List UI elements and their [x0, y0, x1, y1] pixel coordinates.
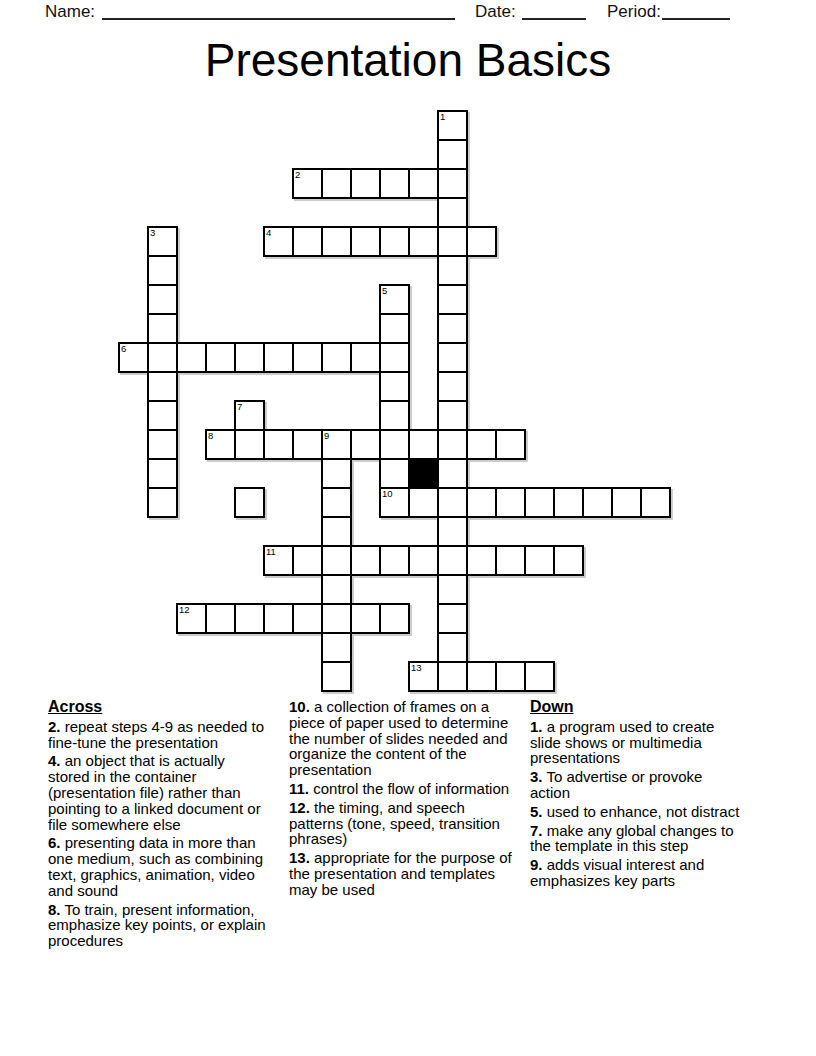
crossword-cell[interactable]	[379, 429, 410, 460]
clue: 11. control the flow of information	[289, 781, 513, 797]
crossword-cell[interactable]	[205, 603, 236, 634]
crossword-cell[interactable]	[466, 661, 497, 692]
crossword-cell[interactable]	[147, 255, 178, 286]
crossword-cell[interactable]	[379, 342, 410, 373]
crossword-cell[interactable]	[437, 400, 468, 431]
crossword-cell[interactable]	[321, 458, 352, 489]
crossword-cell[interactable]	[147, 313, 178, 344]
cell-number: 2	[295, 170, 300, 180]
crossword-cell[interactable]	[234, 342, 265, 373]
crossword-cell[interactable]	[263, 603, 294, 634]
cell-number: 10	[382, 489, 393, 499]
clue: 2. repeat steps 4-9 as needed to fine-tu…	[48, 719, 270, 751]
crossword-cell[interactable]	[292, 545, 323, 576]
clue: 12. the timing, and speech patterns (ton…	[289, 800, 513, 847]
cell-number: 7	[237, 402, 242, 412]
crossword-cell[interactable]	[408, 429, 439, 460]
crossword-cell[interactable]	[379, 371, 410, 402]
crossword-cell[interactable]	[176, 342, 207, 373]
crossword-cell[interactable]	[205, 342, 236, 373]
clue: 9. adds visual interest and emphasizes k…	[530, 857, 740, 889]
crossword-cell[interactable]	[321, 603, 352, 634]
crossword-cell[interactable]	[437, 458, 468, 489]
crossword-cell[interactable]	[321, 545, 352, 576]
crossword-cell[interactable]	[437, 545, 468, 576]
crossword-cell[interactable]	[234, 429, 265, 460]
down-clues-column: Down 1. a program used to create slide s…	[530, 699, 740, 892]
crossword-black-cell	[408, 458, 439, 489]
crossword-cell[interactable]	[321, 516, 352, 547]
crossword-cell[interactable]	[640, 487, 671, 518]
crossword-cell[interactable]	[263, 429, 294, 460]
across-clues-column-2: 10. a collection of frames on a piece of…	[289, 699, 513, 901]
crossword-cell[interactable]	[234, 487, 265, 518]
crossword-cell[interactable]	[437, 284, 468, 315]
crossword-cell[interactable]	[437, 139, 468, 170]
crossword-cell[interactable]	[321, 661, 352, 692]
crossword-cell[interactable]	[524, 661, 555, 692]
cell-number: 11	[266, 547, 276, 557]
crossword-cell[interactable]	[292, 603, 323, 634]
crossword-cell[interactable]	[437, 632, 468, 663]
crossword-cell[interactable]	[147, 400, 178, 431]
crossword-cell[interactable]	[379, 400, 410, 431]
crossword-cell[interactable]	[147, 458, 178, 489]
cell-number: 4	[266, 228, 271, 238]
crossword-cell[interactable]	[379, 458, 410, 489]
period-blank-line[interactable]	[662, 2, 730, 20]
crossword-cell[interactable]	[350, 545, 381, 576]
crossword-cell[interactable]	[466, 429, 497, 460]
crossword-cell[interactable]	[147, 342, 178, 373]
clue: 13. appropriate for the purpose of the p…	[289, 850, 513, 897]
name-label: Name:	[45, 2, 95, 22]
crossword-cell[interactable]	[437, 603, 468, 634]
crossword-cell[interactable]	[437, 371, 468, 402]
crossword-cell[interactable]	[350, 168, 381, 199]
across-clues-list-2: 10. a collection of frames on a piece of…	[289, 699, 513, 898]
cell-number: 6	[121, 344, 126, 354]
date-blank-line[interactable]	[522, 2, 586, 20]
cell-number: 3	[150, 228, 155, 238]
crossword-cell[interactable]	[553, 487, 584, 518]
clue: 3. To advertise or provoke action	[530, 769, 740, 801]
crossword-cell[interactable]	[437, 487, 468, 518]
crossword-cell[interactable]	[379, 226, 410, 257]
crossword-cell[interactable]	[495, 661, 526, 692]
crossword-cell[interactable]	[437, 429, 468, 460]
clue: 8. To train, present information, emphas…	[48, 902, 270, 949]
clue: 7. make any global changes to the templa…	[530, 823, 740, 855]
cell-number: 8	[208, 431, 213, 441]
crossword-cell[interactable]	[408, 545, 439, 576]
crossword-cell[interactable]	[292, 429, 323, 460]
crossword-cell[interactable]	[437, 313, 468, 344]
crossword-cell[interactable]	[321, 487, 352, 518]
crossword-cell[interactable]	[466, 487, 497, 518]
down-header: Down	[530, 699, 740, 715]
crossword-cell[interactable]	[408, 487, 439, 518]
crossword-cell[interactable]	[147, 284, 178, 315]
crossword-cell[interactable]	[524, 487, 555, 518]
crossword-cell[interactable]	[292, 342, 323, 373]
crossword-cell[interactable]	[263, 342, 294, 373]
crossword-cell[interactable]	[437, 255, 468, 286]
crossword-cell[interactable]	[611, 487, 642, 518]
crossword-cell[interactable]	[350, 429, 381, 460]
name-blank-line[interactable]	[102, 2, 455, 20]
clue: 5. used to enhance, not distract	[530, 804, 740, 820]
period-label: Period:	[607, 2, 661, 22]
crossword-cell[interactable]	[379, 545, 410, 576]
across-header: Across	[48, 699, 270, 715]
crossword-cell[interactable]	[408, 226, 439, 257]
crossword-cell[interactable]	[466, 226, 497, 257]
crossword-cell[interactable]	[147, 371, 178, 402]
crossword-cell[interactable]	[321, 574, 352, 605]
crossword-cell[interactable]	[379, 603, 410, 634]
across-clues-list-1: 2. repeat steps 4-9 as needed to fine-tu…	[48, 719, 270, 949]
crossword-cell[interactable]	[495, 429, 526, 460]
across-clues-column: Across 2. repeat steps 4-9 as needed to …	[48, 699, 270, 952]
clue: 1. a program used to create slide shows …	[530, 719, 740, 766]
crossword-cell[interactable]	[321, 342, 352, 373]
crossword-cell[interactable]	[437, 168, 468, 199]
crossword-cell[interactable]	[147, 429, 178, 460]
clue: 10. a collection of frames on a piece of…	[289, 699, 513, 778]
crossword-cell[interactable]	[466, 545, 497, 576]
crossword-cell[interactable]	[553, 545, 584, 576]
crossword-grid: 12345678910111213	[118, 110, 671, 692]
cell-number: 5	[382, 286, 387, 296]
crossword-cell[interactable]	[379, 168, 410, 199]
crossword-cell[interactable]	[321, 632, 352, 663]
crossword-cell[interactable]	[234, 603, 265, 634]
crossword-cell[interactable]	[495, 545, 526, 576]
date-label: Date:	[475, 2, 516, 22]
crossword-cell[interactable]	[350, 226, 381, 257]
crossword-cell[interactable]	[408, 168, 439, 199]
crossword-cell[interactable]	[292, 226, 323, 257]
crossword-cell[interactable]	[437, 342, 468, 373]
crossword-cell[interactable]	[350, 603, 381, 634]
crossword-cell[interactable]	[147, 487, 178, 518]
crossword-cell[interactable]	[437, 574, 468, 605]
clue: 6. presenting data in more than one medi…	[48, 835, 270, 898]
cell-number: 13	[411, 663, 422, 673]
crossword-cell[interactable]	[437, 516, 468, 547]
cell-number: 12	[179, 605, 190, 615]
crossword-cell[interactable]	[321, 226, 352, 257]
clue: 4. an object that is actually stored in …	[48, 753, 270, 832]
crossword-cell[interactable]	[524, 545, 555, 576]
cell-number: 9	[324, 431, 329, 441]
page-title: Presentation Basics	[0, 34, 816, 86]
crossword-cell[interactable]	[495, 487, 526, 518]
down-clues-list: 1. a program used to create slide shows …	[530, 719, 740, 889]
crossword-cell[interactable]	[321, 168, 352, 199]
cell-number: 1	[440, 112, 445, 122]
crossword-cell[interactable]	[437, 226, 468, 257]
crossword-cell[interactable]	[350, 342, 381, 373]
crossword-cell[interactable]	[379, 313, 410, 344]
crossword-cell[interactable]	[437, 197, 468, 228]
crossword-cell[interactable]	[437, 661, 468, 692]
crossword-cell[interactable]	[582, 487, 613, 518]
